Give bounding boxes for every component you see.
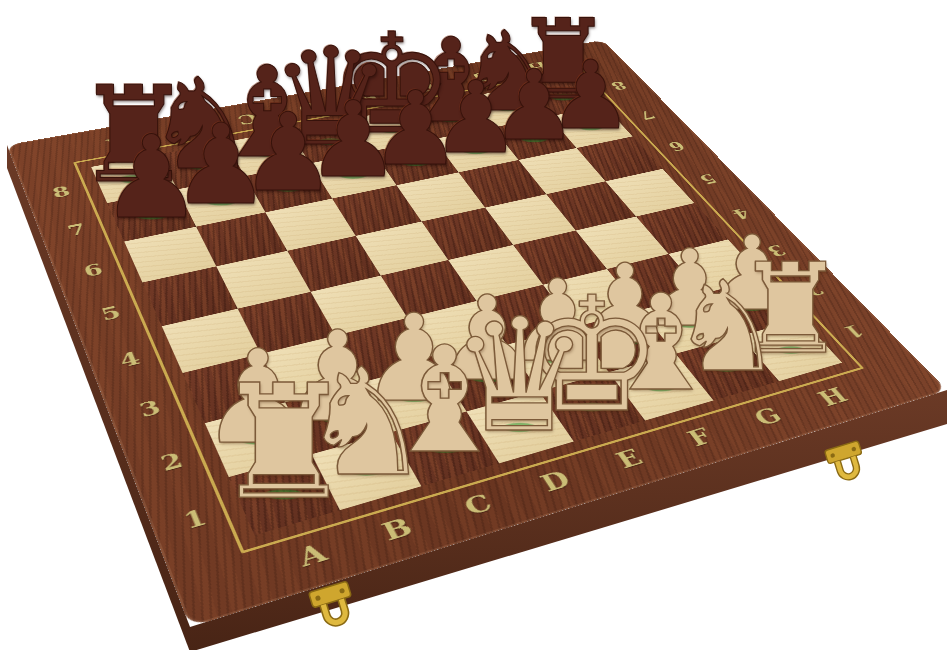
file-label-near-f: F	[682, 423, 719, 451]
file-label-near-a: A	[293, 537, 332, 572]
file-label-near-d: D	[535, 465, 576, 497]
file-label-near-b: B	[377, 512, 418, 546]
rank-label-left-5: 5	[98, 302, 124, 324]
file-label-near-c: C	[459, 488, 499, 520]
file-label-near-h: H	[812, 383, 854, 411]
rank-label-left-3: 3	[136, 396, 165, 421]
rank-label-left-4: 4	[117, 348, 144, 371]
rank-label-left-2: 2	[157, 448, 187, 475]
rank-label-left-6: 6	[81, 260, 106, 280]
file-label-near-e: E	[610, 443, 648, 473]
rank-label-left-7: 7	[65, 220, 89, 239]
rank-label-right-7: 7	[634, 108, 658, 122]
rank-label-right-5: 5	[695, 171, 721, 187]
rank-label-left-1: 1	[180, 504, 211, 533]
rank-label-left-8: 8	[50, 183, 74, 201]
file-label-near-g: G	[748, 402, 788, 430]
rank-label-right-6: 6	[664, 139, 689, 154]
piece-white-rook[interactable]: ♜	[213, 364, 355, 522]
photo-canvas: AA88BB77CC66DD55EE44FF33GG22HH11 ♜♞♝♛♚♝♞…	[0, 0, 950, 650]
piece-dark-pawn[interactable]: ♟	[100, 121, 202, 235]
